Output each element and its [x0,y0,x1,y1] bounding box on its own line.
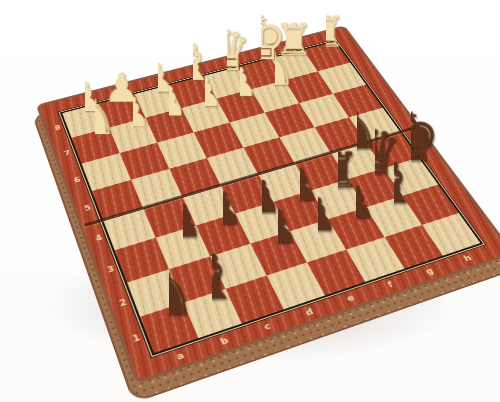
black-pawn-glyph: ♟ [223,183,263,235]
black-pawn-glyph: ♟ [183,194,223,247]
black-pawn-glyph: ♟ [356,176,396,228]
product-photo: abcdefgh 12345678 ♜♜♚♛♞♝♟♟♟♟♟♟♟♞♞♚♛♜♝♟♟♟… [0,0,500,402]
black-pawn-glyph: ♟ [278,200,319,253]
black-knight-glyph: ♞ [169,258,223,327]
black-bishop-glyph: ♝ [394,150,444,216]
black-pawn-glyph: ♟ [318,188,358,240]
